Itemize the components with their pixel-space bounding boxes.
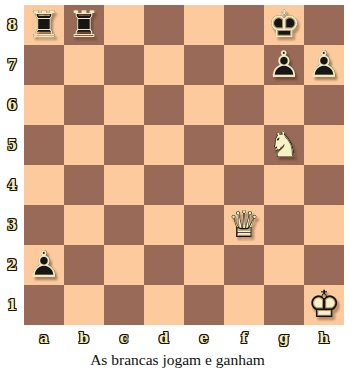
- rank-label-3: 3: [0, 205, 24, 245]
- square-e1: [184, 285, 224, 325]
- file-label-b: b: [64, 325, 104, 351]
- square-b4: [64, 165, 104, 205]
- square-b1: [64, 285, 104, 325]
- square-g7: [264, 45, 304, 85]
- square-h8: [304, 5, 344, 45]
- square-c3: [104, 205, 144, 245]
- square-e5: [184, 125, 224, 165]
- file-label-d: d: [144, 325, 184, 351]
- square-e8: [184, 5, 224, 45]
- chess-board: ♜♖♜♖♚♔♟♙♟♙♞♘♛♕♟♙♚♔: [24, 5, 344, 325]
- square-h7: [304, 45, 344, 85]
- file-label-f: f: [224, 325, 264, 351]
- rank-label-8: 8: [0, 5, 24, 45]
- square-a3: [24, 205, 64, 245]
- square-f2: [224, 245, 264, 285]
- square-f5: [224, 125, 264, 165]
- square-c8: [104, 5, 144, 45]
- square-c1: [104, 285, 144, 325]
- square-b7: [64, 45, 104, 85]
- square-d1: [144, 285, 184, 325]
- square-c5: [104, 125, 144, 165]
- square-e6: [184, 85, 224, 125]
- square-g4: [264, 165, 304, 205]
- square-f8: [224, 5, 264, 45]
- square-e7: [184, 45, 224, 85]
- square-f6: [224, 85, 264, 125]
- square-h1: [304, 285, 344, 325]
- square-f7: [224, 45, 264, 85]
- rank-label-4: 4: [0, 165, 24, 205]
- square-d3: [144, 205, 184, 245]
- square-f3: [224, 205, 264, 245]
- square-c7: [104, 45, 144, 85]
- square-b3: [64, 205, 104, 245]
- file-label-a: a: [24, 325, 64, 351]
- square-d5: [144, 125, 184, 165]
- square-h4: [304, 165, 344, 205]
- square-b8: [64, 5, 104, 45]
- square-h5: [304, 125, 344, 165]
- square-c6: [104, 85, 144, 125]
- square-e3: [184, 205, 224, 245]
- square-g6: [264, 85, 304, 125]
- square-a4: [24, 165, 64, 205]
- file-label-g: g: [264, 325, 304, 351]
- square-e2: [184, 245, 224, 285]
- rank-label-6: 6: [0, 85, 24, 125]
- square-c4: [104, 165, 144, 205]
- rank-label-7: 7: [0, 45, 24, 85]
- square-g2: [264, 245, 304, 285]
- square-d8: [144, 5, 184, 45]
- square-e4: [184, 165, 224, 205]
- rank-labels: 87654321: [0, 5, 24, 325]
- square-f1: [224, 285, 264, 325]
- file-label-h: h: [304, 325, 344, 351]
- file-labels: abcdefgh: [24, 325, 344, 351]
- square-d4: [144, 165, 184, 205]
- rank-label-5: 5: [0, 125, 24, 165]
- square-a5: [24, 125, 64, 165]
- file-label-e: e: [184, 325, 224, 351]
- square-a6: [24, 85, 64, 125]
- rank-label-2: 2: [0, 245, 24, 285]
- chess-diagram: 87654321 ♜♖♜♖♚♔♟♙♟♙♞♘♛♕♟♙♚♔ abcdefgh As …: [0, 0, 355, 378]
- square-g1: [264, 285, 304, 325]
- square-g8: [264, 5, 304, 45]
- square-d7: [144, 45, 184, 85]
- rank-label-1: 1: [0, 285, 24, 325]
- square-d6: [144, 85, 184, 125]
- square-a2: [24, 245, 64, 285]
- square-h6: [304, 85, 344, 125]
- square-g5: [264, 125, 304, 165]
- square-g3: [264, 205, 304, 245]
- diagram-caption: As brancas jogam e ganham: [0, 351, 355, 369]
- square-b5: [64, 125, 104, 165]
- square-c2: [104, 245, 144, 285]
- square-h2: [304, 245, 344, 285]
- square-b2: [64, 245, 104, 285]
- square-h3: [304, 205, 344, 245]
- square-a8: [24, 5, 64, 45]
- square-d2: [144, 245, 184, 285]
- file-label-c: c: [104, 325, 144, 351]
- square-f4: [224, 165, 264, 205]
- square-a1: [24, 285, 64, 325]
- square-b6: [64, 85, 104, 125]
- square-a7: [24, 45, 64, 85]
